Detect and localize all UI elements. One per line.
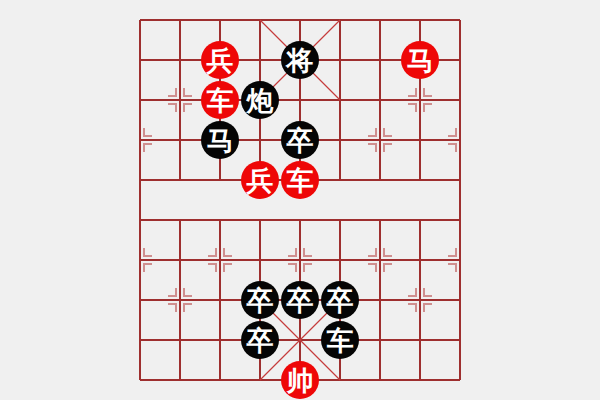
piece-red-horse[interactable]: 马 — [401, 41, 439, 79]
piece-black-horse[interactable]: 马 — [201, 121, 239, 159]
piece-black-chariot[interactable]: 车 — [321, 321, 359, 359]
piece-red-chariot[interactable]: 车 — [201, 81, 239, 119]
piece-red-pawn[interactable]: 兵 — [201, 41, 239, 79]
piece-black-pawn[interactable]: 卒 — [241, 321, 279, 359]
xiangqi-board: 兵将马车炮马卒兵车卒卒卒卒车帅 — [0, 0, 600, 400]
piece-red-chariot[interactable]: 车 — [281, 161, 319, 199]
piece-red-pawn[interactable]: 兵 — [241, 161, 279, 199]
piece-black-pawn[interactable]: 卒 — [241, 281, 279, 319]
piece-black-pawn[interactable]: 卒 — [321, 281, 359, 319]
pieces-layer: 兵将马车炮马卒兵车卒卒卒卒车帅 — [0, 0, 600, 400]
piece-black-pawn[interactable]: 卒 — [281, 121, 319, 159]
piece-red-general[interactable]: 帅 — [281, 361, 319, 399]
piece-black-general[interactable]: 将 — [281, 41, 319, 79]
piece-black-pawn[interactable]: 卒 — [281, 281, 319, 319]
piece-black-cannon[interactable]: 炮 — [241, 81, 279, 119]
